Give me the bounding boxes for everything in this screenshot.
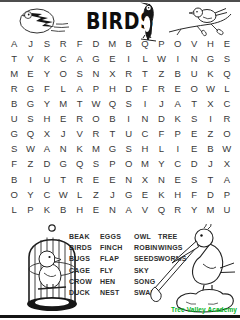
grid-cell: V bbox=[71, 126, 87, 141]
grid-cell: N bbox=[104, 202, 120, 217]
grid-cell: K bbox=[39, 51, 55, 66]
caged-bird-illustration bbox=[26, 223, 78, 315]
grid-cell: B bbox=[170, 66, 186, 81]
grid-cell: E bbox=[88, 172, 104, 187]
grid-cell: L bbox=[219, 81, 235, 96]
grid-cell: S bbox=[71, 66, 87, 81]
grid-cell: Q bbox=[22, 126, 38, 141]
grid-cell: C bbox=[219, 96, 235, 111]
grid-cell: J bbox=[153, 96, 169, 111]
grid-cell: M bbox=[104, 36, 120, 51]
grid-cell: C bbox=[55, 51, 71, 66]
grid-cell: O bbox=[186, 81, 202, 96]
grid-cell: F bbox=[39, 81, 55, 96]
grid-cell: K bbox=[39, 202, 55, 217]
grid-cell: I bbox=[170, 142, 186, 157]
grid-cell: F bbox=[71, 36, 87, 51]
grid-cell: K bbox=[202, 66, 218, 81]
grid-cell: S bbox=[186, 172, 202, 187]
grid-cell: R bbox=[219, 111, 235, 126]
grid-cell: F bbox=[137, 81, 153, 96]
grid-cell: P bbox=[22, 202, 38, 217]
grid-cell: R bbox=[153, 81, 169, 96]
grid-cell: C bbox=[39, 187, 55, 202]
grid-cell: B bbox=[202, 142, 218, 157]
grid-cell: M bbox=[6, 66, 22, 81]
grid-cell: O bbox=[121, 157, 137, 172]
grid-cell: P bbox=[219, 187, 235, 202]
grid-cell: P bbox=[104, 157, 120, 172]
flying-bird-illustration bbox=[12, 3, 74, 37]
grid-cell: Z bbox=[88, 187, 104, 202]
grid-cell: X bbox=[104, 66, 120, 81]
grid-cell: O bbox=[88, 111, 104, 126]
flying-bird-icon bbox=[12, 3, 74, 37]
digging-bird-illustration bbox=[148, 224, 240, 314]
grid-cell: Q bbox=[71, 157, 87, 172]
grid-cell: K bbox=[71, 142, 87, 157]
grid-cell: E bbox=[88, 202, 104, 217]
grid-cell: X bbox=[39, 126, 55, 141]
grid-cell: R bbox=[88, 126, 104, 141]
grid-cell: Y bbox=[39, 66, 55, 81]
grid-cell: A bbox=[71, 81, 87, 96]
caged-bird-icon bbox=[26, 223, 78, 315]
grid-cell: Z bbox=[202, 126, 218, 141]
grid-cell: J bbox=[202, 157, 218, 172]
grid-cell: X bbox=[219, 157, 235, 172]
grid-cell: V bbox=[22, 51, 38, 66]
grid-cell: F bbox=[6, 157, 22, 172]
grid-cell: I bbox=[170, 51, 186, 66]
grid-cell: S bbox=[39, 36, 55, 51]
word-list-item: NEST bbox=[100, 287, 122, 298]
grid-cell: L bbox=[55, 81, 71, 96]
grid-cell: V bbox=[186, 36, 202, 51]
top-edge-line bbox=[0, 0, 240, 2]
grid-cell: I bbox=[202, 111, 218, 126]
word-list-item: FLAP bbox=[100, 253, 122, 264]
grid-cell: G bbox=[88, 51, 104, 66]
grid-cell: E bbox=[219, 36, 235, 51]
grid-cell: W bbox=[88, 96, 104, 111]
grid-cell: Q bbox=[104, 96, 120, 111]
grid-cell: N bbox=[88, 66, 104, 81]
grid-cell: R bbox=[170, 202, 186, 217]
grid-cell: R bbox=[6, 81, 22, 96]
grid-cell: Q bbox=[219, 66, 235, 81]
grid-cell: E bbox=[104, 172, 120, 187]
grid-cell: D bbox=[202, 187, 218, 202]
perched-bird-icon bbox=[167, 5, 233, 37]
grid-cell: E bbox=[170, 81, 186, 96]
grid-cell: C bbox=[137, 126, 153, 141]
grid-cell: T bbox=[104, 126, 120, 141]
grid-cell: P bbox=[88, 81, 104, 96]
grid-cell: R bbox=[55, 36, 71, 51]
grid-cell: O bbox=[170, 36, 186, 51]
grid-cell: Q bbox=[153, 202, 169, 217]
grid-cell: O bbox=[219, 126, 235, 141]
grid-cell: X bbox=[137, 172, 153, 187]
grid-cell: L bbox=[6, 202, 22, 217]
grid-cell: S bbox=[121, 96, 137, 111]
footer-credit: Tree Valley Academy bbox=[171, 306, 237, 313]
grid-cell: T bbox=[55, 172, 71, 187]
grid-cell: W bbox=[22, 142, 38, 157]
grid-cell: E bbox=[55, 111, 71, 126]
grid-cell: G bbox=[22, 96, 38, 111]
grid-cell: I bbox=[121, 51, 137, 66]
word-list-column: EGGSFINCHFLAPFLYHENNEST bbox=[100, 231, 122, 298]
grid-cell: B bbox=[6, 96, 22, 111]
grid-cell: I bbox=[121, 111, 137, 126]
grid-cell: S bbox=[88, 157, 104, 172]
grid-cell: Y bbox=[153, 157, 169, 172]
grid-cell: A bbox=[170, 96, 186, 111]
grid-cell: D bbox=[186, 157, 202, 172]
grid-cell: A bbox=[219, 172, 235, 187]
grid-cell: N bbox=[137, 111, 153, 126]
grid-cell: M bbox=[137, 157, 153, 172]
grid-cell: Z bbox=[153, 66, 169, 81]
grid-cell: N bbox=[186, 51, 202, 66]
grid-cell: E bbox=[104, 51, 120, 66]
worksheet-page: BIRDS AJSRFDMBQPOVHETVKCAGEILWINGSM bbox=[0, 0, 240, 320]
grid-cell: W bbox=[219, 142, 235, 157]
grid-cell: A bbox=[6, 36, 22, 51]
grid-cell: W bbox=[153, 51, 169, 66]
grid-cell: O bbox=[6, 187, 22, 202]
grid-cell: N bbox=[121, 172, 137, 187]
bottom-edge-line bbox=[0, 315, 240, 318]
grid-cell: M bbox=[202, 202, 218, 217]
word-list-item: HEN bbox=[100, 276, 122, 287]
grid-cell: H bbox=[104, 81, 120, 96]
grid-cell: A bbox=[39, 142, 55, 157]
grid-cell: E bbox=[186, 142, 202, 157]
grid-cell: K bbox=[170, 111, 186, 126]
word-list-item: FINCH bbox=[100, 242, 122, 253]
word-list-item: EGGS bbox=[100, 231, 122, 242]
grid-cell: G bbox=[202, 51, 218, 66]
grid-cell: S bbox=[6, 142, 22, 157]
grid-cell: B bbox=[121, 36, 137, 51]
grid-cell: P bbox=[170, 126, 186, 141]
grid-cell: R bbox=[71, 172, 87, 187]
grid-cell: N bbox=[153, 172, 169, 187]
grid-cell: A bbox=[71, 51, 87, 66]
grid-cell: T bbox=[137, 66, 153, 81]
grid-cell: R bbox=[71, 111, 87, 126]
grid-cell: Y bbox=[22, 187, 38, 202]
grid-cell: W bbox=[202, 81, 218, 96]
grid-cell: J bbox=[22, 36, 38, 51]
grid-cell: P bbox=[153, 36, 169, 51]
grid-cell: H bbox=[170, 187, 186, 202]
grid-cell: Q bbox=[137, 36, 153, 51]
grid-cell: U bbox=[121, 126, 137, 141]
grid-cell: S bbox=[121, 142, 137, 157]
grid-cell: U bbox=[6, 111, 22, 126]
grid-cell: U bbox=[219, 202, 235, 217]
grid-cell: F bbox=[153, 126, 169, 141]
grid-cell: G bbox=[22, 81, 38, 96]
grid-cell: G bbox=[55, 157, 71, 172]
grid-cell: F bbox=[186, 187, 202, 202]
grid-cell: H bbox=[71, 202, 87, 217]
grid-cell: R bbox=[121, 66, 137, 81]
grid-cell: I bbox=[137, 96, 153, 111]
grid-cell: B bbox=[6, 172, 22, 187]
grid-cell: G bbox=[104, 142, 120, 157]
grid-cell: N bbox=[55, 142, 71, 157]
word-list-item: FLY bbox=[100, 265, 122, 276]
perched-bird-illustration bbox=[167, 5, 233, 37]
grid-cell: W bbox=[55, 187, 71, 202]
grid-cell: T bbox=[6, 51, 22, 66]
grid-cell: M bbox=[55, 96, 71, 111]
grid-cell: U bbox=[39, 172, 55, 187]
grid-cell: O bbox=[55, 66, 71, 81]
grid-cell: D bbox=[153, 111, 169, 126]
grid-cell: S bbox=[22, 111, 38, 126]
grid-cell: C bbox=[170, 157, 186, 172]
grid-cell: J bbox=[104, 187, 120, 202]
grid-cell: L bbox=[153, 142, 169, 157]
grid-cell: Y bbox=[39, 96, 55, 111]
grid-cell: S bbox=[186, 111, 202, 126]
grid-cell: B bbox=[104, 111, 120, 126]
grid-cell: I bbox=[22, 172, 38, 187]
grid-cell: T bbox=[202, 172, 218, 187]
grid-cell: S bbox=[219, 51, 235, 66]
grid-cell: E bbox=[22, 66, 38, 81]
grid-cell: D bbox=[88, 36, 104, 51]
grid-cell: U bbox=[186, 66, 202, 81]
grid-cell: X bbox=[202, 96, 218, 111]
grid-cell: T bbox=[186, 96, 202, 111]
grid-cell: D bbox=[121, 81, 137, 96]
grid-cell: H bbox=[202, 36, 218, 51]
grid-cell: G bbox=[121, 187, 137, 202]
grid-cell: H bbox=[39, 111, 55, 126]
grid-cell: A bbox=[121, 202, 137, 217]
grid-cell: V bbox=[137, 202, 153, 217]
word-search-grid: AJSRFDMBQPOVHETVKCAGEILWINGSMEYOSNXRTZBU… bbox=[6, 36, 235, 217]
grid-cell: E bbox=[186, 126, 202, 141]
grid-cell: J bbox=[55, 126, 71, 141]
grid-cell: E bbox=[170, 172, 186, 187]
grid-cell: M bbox=[88, 142, 104, 157]
grid-cell: T bbox=[71, 96, 87, 111]
grid-cell: L bbox=[71, 187, 87, 202]
grid-cell: B bbox=[55, 202, 71, 217]
grid-cell: K bbox=[153, 187, 169, 202]
grid-cell: G bbox=[6, 126, 22, 141]
digging-bird-icon bbox=[148, 224, 240, 314]
grid-cell: H bbox=[137, 142, 153, 157]
grid-cell: D bbox=[39, 157, 55, 172]
grid-cell: Z bbox=[22, 157, 38, 172]
grid-cell: E bbox=[137, 187, 153, 202]
grid-cell: L bbox=[137, 51, 153, 66]
grid-cell: Y bbox=[186, 202, 202, 217]
